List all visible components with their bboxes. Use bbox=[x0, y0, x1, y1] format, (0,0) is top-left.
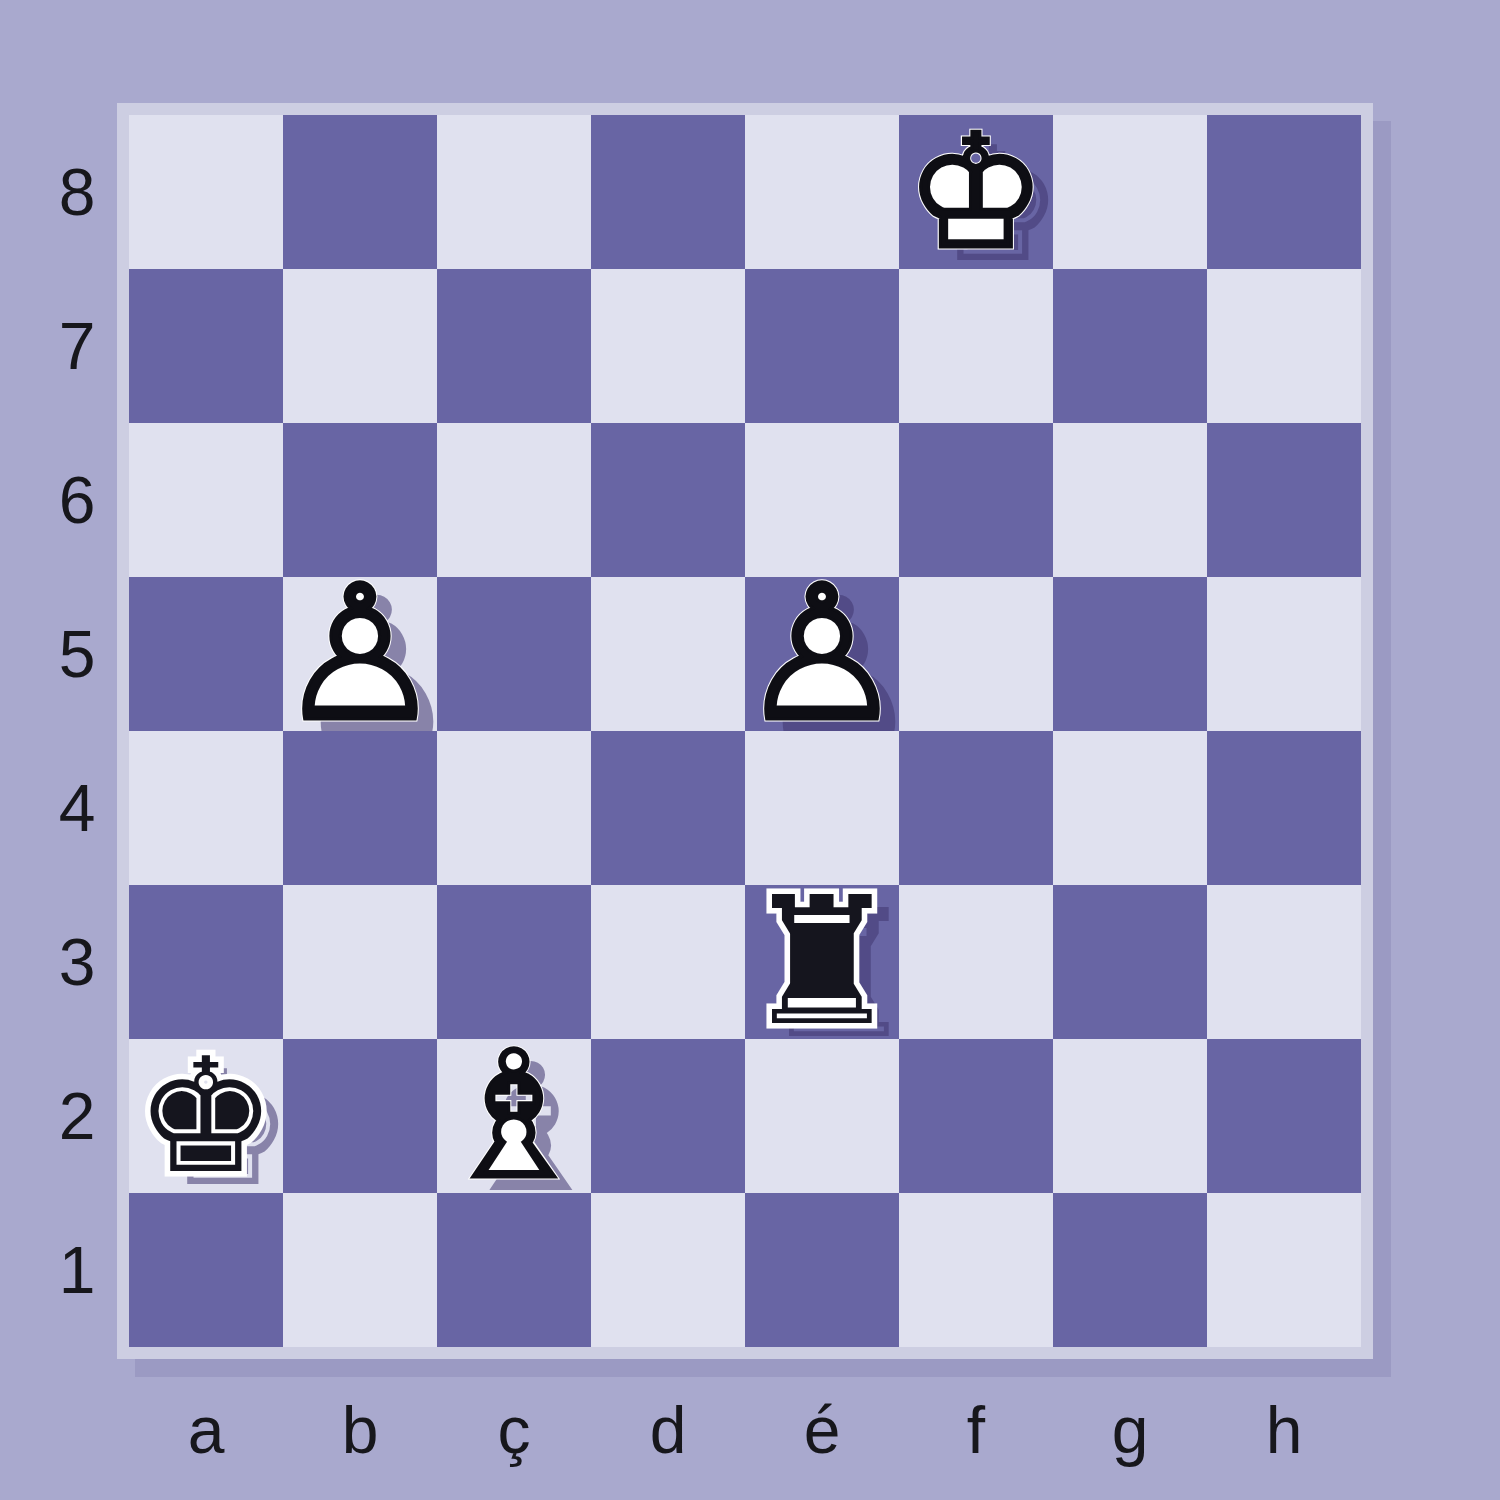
square-c6[interactable] bbox=[437, 423, 591, 577]
square-a4[interactable] bbox=[129, 731, 283, 885]
rank-label: 7 bbox=[34, 269, 120, 423]
rank-labels: 87654321 bbox=[34, 115, 120, 1347]
piece-layer-fill: ♚ bbox=[899, 115, 1053, 269]
square-g4[interactable] bbox=[1053, 731, 1207, 885]
square-e3[interactable]: ♜♜♜ bbox=[745, 885, 899, 1039]
piece-black-king[interactable]: ♚♚♚ bbox=[129, 1039, 283, 1193]
file-label: f bbox=[899, 1378, 1053, 1482]
square-f8[interactable]: ♚♚♔ bbox=[899, 115, 1053, 269]
piece-layer-line: ♔ bbox=[899, 115, 1053, 269]
square-d1[interactable] bbox=[591, 1193, 745, 1347]
square-d3[interactable] bbox=[591, 885, 745, 1039]
square-a5[interactable] bbox=[129, 577, 283, 731]
square-h6[interactable] bbox=[1207, 423, 1361, 577]
square-d6[interactable] bbox=[591, 423, 745, 577]
rank-label: 8 bbox=[34, 115, 120, 269]
square-g8[interactable] bbox=[1053, 115, 1207, 269]
piece-layer-fill: ♝ bbox=[437, 1039, 591, 1193]
piece-layer-fill: ♜ bbox=[745, 885, 899, 1039]
rank-label: 4 bbox=[34, 731, 120, 885]
square-h4[interactable] bbox=[1207, 731, 1361, 885]
piece-layer-shadow: ♚ bbox=[916, 128, 1070, 282]
piece-layer-shadow: ♟ bbox=[762, 590, 916, 744]
rank-label: 1 bbox=[34, 1193, 120, 1347]
square-h2[interactable] bbox=[1207, 1039, 1361, 1193]
piece-layer-halo: ♜ bbox=[745, 885, 899, 1039]
square-g2[interactable] bbox=[1053, 1039, 1207, 1193]
file-label: ç bbox=[437, 1378, 591, 1482]
piece-layer-line: ♙ bbox=[745, 577, 899, 731]
square-f1[interactable] bbox=[899, 1193, 1053, 1347]
square-c8[interactable] bbox=[437, 115, 591, 269]
square-d8[interactable] bbox=[591, 115, 745, 269]
square-b4[interactable] bbox=[283, 731, 437, 885]
piece-layer-shadow: ♝ bbox=[454, 1052, 608, 1206]
square-d2[interactable] bbox=[591, 1039, 745, 1193]
chess-diagram: 87654321 ♚♚♔♟♟♙♟♟♙♜♜♜♚♚♚♝♝♗ abçdéfgh bbox=[0, 0, 1500, 1500]
square-f2[interactable] bbox=[899, 1039, 1053, 1193]
square-b6[interactable] bbox=[283, 423, 437, 577]
square-b5[interactable]: ♟♟♙ bbox=[283, 577, 437, 731]
square-h3[interactable] bbox=[1207, 885, 1361, 1039]
square-e2[interactable] bbox=[745, 1039, 899, 1193]
square-b8[interactable] bbox=[283, 115, 437, 269]
square-b2[interactable] bbox=[283, 1039, 437, 1193]
file-label: d bbox=[591, 1378, 745, 1482]
square-b1[interactable] bbox=[283, 1193, 437, 1347]
piece-white-pawn[interactable]: ♟♟♙ bbox=[745, 577, 899, 731]
piece-layer-halo: ♚ bbox=[129, 1039, 283, 1193]
square-e5[interactable]: ♟♟♙ bbox=[745, 577, 899, 731]
piece-black-rook[interactable]: ♜♜♜ bbox=[745, 885, 899, 1039]
piece-white-king[interactable]: ♚♚♔ bbox=[899, 115, 1053, 269]
file-label: h bbox=[1207, 1378, 1361, 1482]
square-b3[interactable] bbox=[283, 885, 437, 1039]
piece-white-bishop[interactable]: ♝♝♗ bbox=[437, 1039, 591, 1193]
square-b7[interactable] bbox=[283, 269, 437, 423]
square-c3[interactable] bbox=[437, 885, 591, 1039]
square-c5[interactable] bbox=[437, 577, 591, 731]
square-c2[interactable]: ♝♝♗ bbox=[437, 1039, 591, 1193]
square-f4[interactable] bbox=[899, 731, 1053, 885]
square-f7[interactable] bbox=[899, 269, 1053, 423]
piece-layer-shadow: ♜ bbox=[762, 898, 916, 1052]
piece-layer-fill: ♟ bbox=[745, 577, 899, 731]
rank-label: 6 bbox=[34, 423, 120, 577]
rank-label: 2 bbox=[34, 1039, 120, 1193]
square-g6[interactable] bbox=[1053, 423, 1207, 577]
piece-layer-shadow: ♟ bbox=[300, 590, 454, 744]
square-d4[interactable] bbox=[591, 731, 745, 885]
piece-layer-line: ♙ bbox=[283, 577, 437, 731]
square-e4[interactable] bbox=[745, 731, 899, 885]
chess-board: ♚♚♔♟♟♙♟♟♙♜♜♜♚♚♚♝♝♗ bbox=[129, 115, 1361, 1347]
rank-label: 5 bbox=[34, 577, 120, 731]
square-a6[interactable] bbox=[129, 423, 283, 577]
rank-label: 3 bbox=[34, 885, 120, 1039]
piece-layer-fill: ♟ bbox=[283, 577, 437, 731]
square-a7[interactable] bbox=[129, 269, 283, 423]
file-label: a bbox=[129, 1378, 283, 1482]
piece-layer-fill: ♚ bbox=[129, 1039, 283, 1193]
square-f5[interactable] bbox=[899, 577, 1053, 731]
square-e6[interactable] bbox=[745, 423, 899, 577]
square-g5[interactable] bbox=[1053, 577, 1207, 731]
square-a3[interactable] bbox=[129, 885, 283, 1039]
board-frame: ♚♚♔♟♟♙♟♟♙♜♜♜♚♚♚♝♝♗ bbox=[117, 103, 1373, 1359]
file-label: é bbox=[745, 1378, 899, 1482]
square-d5[interactable] bbox=[591, 577, 745, 731]
square-h8[interactable] bbox=[1207, 115, 1361, 269]
file-labels: abçdéfgh bbox=[129, 1378, 1361, 1482]
square-g3[interactable] bbox=[1053, 885, 1207, 1039]
square-f6[interactable] bbox=[899, 423, 1053, 577]
square-c4[interactable] bbox=[437, 731, 591, 885]
square-h1[interactable] bbox=[1207, 1193, 1361, 1347]
square-a2[interactable]: ♚♚♚ bbox=[129, 1039, 283, 1193]
file-label: b bbox=[283, 1378, 437, 1482]
square-h7[interactable] bbox=[1207, 269, 1361, 423]
file-label: g bbox=[1053, 1378, 1207, 1482]
square-g7[interactable] bbox=[1053, 269, 1207, 423]
square-f3[interactable] bbox=[899, 885, 1053, 1039]
square-c1[interactable] bbox=[437, 1193, 591, 1347]
square-h5[interactable] bbox=[1207, 577, 1361, 731]
piece-white-pawn[interactable]: ♟♟♙ bbox=[283, 577, 437, 731]
piece-layer-line: ♗ bbox=[437, 1039, 591, 1193]
square-e8[interactable] bbox=[745, 115, 899, 269]
square-a8[interactable] bbox=[129, 115, 283, 269]
square-g1[interactable] bbox=[1053, 1193, 1207, 1347]
square-e7[interactable] bbox=[745, 269, 899, 423]
square-c7[interactable] bbox=[437, 269, 591, 423]
piece-layer-shadow: ♚ bbox=[146, 1052, 300, 1206]
square-d7[interactable] bbox=[591, 269, 745, 423]
square-e1[interactable] bbox=[745, 1193, 899, 1347]
square-a1[interactable] bbox=[129, 1193, 283, 1347]
